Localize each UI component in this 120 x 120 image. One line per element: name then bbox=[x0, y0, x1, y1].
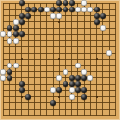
white-stone[interactable] bbox=[56, 13, 62, 19]
white-stone[interactable] bbox=[50, 13, 56, 19]
black-stone[interactable] bbox=[69, 0, 75, 6]
white-stone[interactable] bbox=[0, 75, 6, 81]
black-stone[interactable] bbox=[69, 81, 75, 87]
board-intersection[interactable] bbox=[106, 50, 112, 56]
black-stone[interactable] bbox=[25, 7, 31, 13]
black-stone[interactable] bbox=[63, 0, 69, 6]
board-intersection[interactable] bbox=[6, 75, 12, 81]
black-stone[interactable] bbox=[69, 7, 75, 13]
black-stone[interactable] bbox=[13, 31, 19, 37]
black-stone[interactable] bbox=[81, 94, 87, 100]
board-intersection[interactable] bbox=[19, 19, 25, 25]
board-intersection[interactable] bbox=[50, 100, 56, 106]
black-stone[interactable] bbox=[81, 75, 87, 81]
board-intersection[interactable] bbox=[100, 25, 106, 31]
board-intersection[interactable] bbox=[56, 13, 62, 19]
white-stone[interactable] bbox=[75, 7, 81, 13]
board-intersection[interactable] bbox=[87, 75, 93, 81]
black-stone[interactable] bbox=[19, 13, 25, 19]
black-stone[interactable] bbox=[50, 7, 56, 13]
black-stone[interactable] bbox=[19, 81, 25, 87]
board-intersection[interactable] bbox=[25, 13, 31, 19]
black-stone[interactable] bbox=[56, 87, 62, 93]
black-stone[interactable] bbox=[25, 94, 31, 100]
white-stone[interactable] bbox=[44, 7, 50, 13]
stone-layer bbox=[0, 0, 118, 118]
white-stone[interactable] bbox=[0, 31, 6, 37]
white-stone[interactable] bbox=[56, 75, 62, 81]
black-stone[interactable] bbox=[19, 31, 25, 37]
black-stone[interactable] bbox=[19, 19, 25, 25]
board-intersection[interactable] bbox=[19, 31, 25, 37]
black-stone[interactable] bbox=[7, 69, 13, 75]
white-stone[interactable] bbox=[81, 7, 87, 13]
black-stone[interactable] bbox=[13, 25, 19, 31]
black-stone[interactable] bbox=[7, 25, 13, 31]
board-intersection[interactable] bbox=[69, 93, 75, 99]
white-stone[interactable] bbox=[106, 50, 112, 56]
white-stone[interactable] bbox=[87, 75, 93, 81]
black-stone[interactable] bbox=[56, 7, 62, 13]
black-stone[interactable] bbox=[100, 13, 106, 19]
black-stone[interactable] bbox=[94, 19, 100, 25]
board-intersection[interactable] bbox=[13, 62, 19, 68]
white-stone[interactable] bbox=[63, 69, 69, 75]
black-stone[interactable] bbox=[63, 7, 69, 13]
black-stone[interactable] bbox=[94, 13, 100, 19]
white-stone[interactable] bbox=[13, 63, 19, 69]
white-stone[interactable] bbox=[0, 69, 6, 75]
black-stone[interactable] bbox=[75, 87, 81, 93]
black-stone[interactable] bbox=[75, 75, 81, 81]
white-stone[interactable] bbox=[69, 87, 75, 93]
black-stone[interactable] bbox=[25, 13, 31, 19]
black-stone[interactable] bbox=[31, 7, 37, 13]
black-stone[interactable] bbox=[75, 81, 81, 87]
black-stone[interactable] bbox=[94, 7, 100, 13]
white-stone[interactable] bbox=[81, 69, 87, 75]
black-stone[interactable] bbox=[38, 7, 44, 13]
go-board[interactable] bbox=[0, 0, 120, 120]
board-intersection[interactable] bbox=[25, 93, 31, 99]
black-stone[interactable] bbox=[19, 87, 25, 93]
white-stone[interactable] bbox=[13, 38, 19, 44]
board-intersection[interactable] bbox=[100, 13, 106, 19]
black-stone[interactable] bbox=[7, 75, 13, 81]
white-stone[interactable] bbox=[87, 7, 93, 13]
black-stone[interactable] bbox=[69, 75, 75, 81]
black-stone[interactable] bbox=[81, 87, 87, 93]
white-stone[interactable] bbox=[69, 94, 75, 100]
white-stone[interactable] bbox=[13, 19, 19, 25]
black-stone[interactable] bbox=[63, 81, 69, 87]
white-stone[interactable] bbox=[81, 0, 87, 6]
white-stone[interactable] bbox=[7, 38, 13, 44]
black-stone[interactable] bbox=[19, 0, 25, 6]
white-stone[interactable] bbox=[7, 31, 13, 37]
white-stone[interactable] bbox=[100, 25, 106, 31]
board-intersection[interactable] bbox=[13, 38, 19, 44]
black-stone[interactable] bbox=[56, 0, 62, 6]
board-intersection[interactable] bbox=[81, 93, 87, 99]
board-intersection[interactable] bbox=[56, 87, 62, 93]
black-stone[interactable] bbox=[50, 100, 56, 106]
go-app-window bbox=[0, 0, 120, 120]
white-stone[interactable] bbox=[75, 63, 81, 69]
white-stone[interactable] bbox=[7, 63, 13, 69]
white-stone[interactable] bbox=[50, 87, 56, 93]
